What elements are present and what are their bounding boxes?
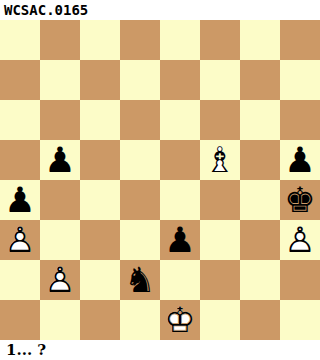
square-d7[interactable]: [120, 60, 160, 100]
square-e5[interactable]: [160, 140, 200, 180]
black-pawn-piece: ♟: [40, 140, 80, 180]
square-a3[interactable]: ♟♙: [0, 220, 40, 260]
black-king-piece: ♚: [280, 180, 320, 220]
square-g4[interactable]: [240, 180, 280, 220]
black-pawn-piece: ♟: [0, 180, 40, 220]
square-b2[interactable]: ♟♙: [40, 260, 80, 300]
square-g1[interactable]: [240, 300, 280, 340]
white-pawn-piece: ♟: [0, 220, 40, 260]
square-a1[interactable]: [0, 300, 40, 340]
square-c6[interactable]: [80, 100, 120, 140]
square-a8[interactable]: [0, 20, 40, 60]
square-f3[interactable]: [200, 220, 240, 260]
square-a2[interactable]: [0, 260, 40, 300]
square-h6[interactable]: [280, 100, 320, 140]
square-b7[interactable]: [40, 60, 80, 100]
white-pawn-outline-icon: ♙: [0, 220, 40, 260]
square-h4[interactable]: ♚: [280, 180, 320, 220]
square-f7[interactable]: [200, 60, 240, 100]
square-c1[interactable]: [80, 300, 120, 340]
square-h8[interactable]: [280, 20, 320, 60]
square-d3[interactable]: [120, 220, 160, 260]
white-pawn-piece: ♟: [280, 220, 320, 260]
square-h3[interactable]: ♟♙: [280, 220, 320, 260]
square-b3[interactable]: [40, 220, 80, 260]
square-b1[interactable]: [40, 300, 80, 340]
square-e3[interactable]: ♟: [160, 220, 200, 260]
square-d8[interactable]: [120, 20, 160, 60]
square-e6[interactable]: [160, 100, 200, 140]
white-bishop-outline-icon: ♗: [200, 140, 240, 180]
white-king-outline-icon: ♔: [160, 300, 200, 340]
square-c8[interactable]: [80, 20, 120, 60]
square-c5[interactable]: [80, 140, 120, 180]
square-a4[interactable]: ♟: [0, 180, 40, 220]
square-g6[interactable]: [240, 100, 280, 140]
square-b4[interactable]: [40, 180, 80, 220]
square-g7[interactable]: [240, 60, 280, 100]
square-f1[interactable]: [200, 300, 240, 340]
square-e8[interactable]: [160, 20, 200, 60]
square-e4[interactable]: [160, 180, 200, 220]
square-f2[interactable]: [200, 260, 240, 300]
square-c4[interactable]: [80, 180, 120, 220]
square-h1[interactable]: [280, 300, 320, 340]
square-g5[interactable]: [240, 140, 280, 180]
square-b6[interactable]: [40, 100, 80, 140]
square-d5[interactable]: [120, 140, 160, 180]
white-pawn-outline-icon: ♙: [280, 220, 320, 260]
square-h7[interactable]: [280, 60, 320, 100]
square-d4[interactable]: [120, 180, 160, 220]
square-e7[interactable]: [160, 60, 200, 100]
square-d2[interactable]: ♞: [120, 260, 160, 300]
square-h5[interactable]: ♟: [280, 140, 320, 180]
square-e2[interactable]: [160, 260, 200, 300]
move-prompt: 1... ?: [6, 341, 46, 359]
square-c7[interactable]: [80, 60, 120, 100]
puzzle-id: WCSAC.0165: [4, 2, 88, 18]
square-f8[interactable]: [200, 20, 240, 60]
square-d1[interactable]: [120, 300, 160, 340]
diagram-footer: 1... ?: [0, 340, 320, 360]
square-h2[interactable]: [280, 260, 320, 300]
white-king-piece: ♚: [160, 300, 200, 340]
square-a5[interactable]: [0, 140, 40, 180]
white-pawn-piece: ♟: [40, 260, 80, 300]
chess-diagram: WCSAC.0165 ♟♝♗♟♟♚♟♙♟♟♙♟♙♞♚♔ 1... ?: [0, 0, 320, 360]
square-f5[interactable]: ♝♗: [200, 140, 240, 180]
black-pawn-piece: ♟: [160, 220, 200, 260]
square-d6[interactable]: [120, 100, 160, 140]
square-a7[interactable]: [0, 60, 40, 100]
square-g2[interactable]: [240, 260, 280, 300]
black-pawn-piece: ♟: [280, 140, 320, 180]
black-knight-piece: ♞: [120, 260, 160, 300]
square-b8[interactable]: [40, 20, 80, 60]
diagram-header: WCSAC.0165: [0, 0, 320, 20]
square-g3[interactable]: [240, 220, 280, 260]
square-c2[interactable]: [80, 260, 120, 300]
chess-board: ♟♝♗♟♟♚♟♙♟♟♙♟♙♞♚♔: [0, 20, 320, 340]
square-f4[interactable]: [200, 180, 240, 220]
square-g8[interactable]: [240, 20, 280, 60]
square-e1[interactable]: ♚♔: [160, 300, 200, 340]
white-pawn-outline-icon: ♙: [40, 260, 80, 300]
square-f6[interactable]: [200, 100, 240, 140]
square-c3[interactable]: [80, 220, 120, 260]
square-b5[interactable]: ♟: [40, 140, 80, 180]
white-bishop-piece: ♝: [200, 140, 240, 180]
square-a6[interactable]: [0, 100, 40, 140]
